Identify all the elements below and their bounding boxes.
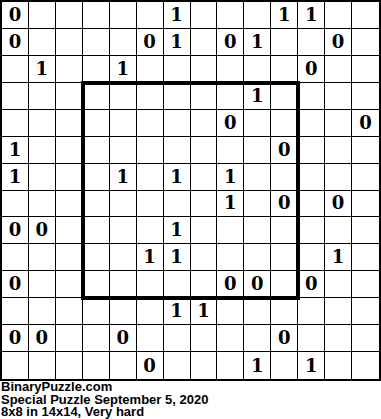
cell-r1c2[interactable]	[56, 29, 83, 56]
cell-r1c5: 0	[137, 29, 164, 56]
cell-r12c10: 0	[271, 325, 298, 352]
cell-r0c8[interactable]	[217, 2, 244, 29]
cell-r2c1: 1	[29, 56, 56, 83]
cell-r10c3[interactable]	[83, 271, 110, 298]
cell-r7c8: 1	[217, 191, 244, 218]
cell-r10c7[interactable]	[191, 271, 218, 298]
cell-r6c2[interactable]	[56, 164, 83, 191]
cell-r6c4: 1	[110, 164, 137, 191]
cell-r1c13[interactable]	[352, 29, 379, 56]
cell-r6c7[interactable]	[191, 164, 218, 191]
cell-r13c5: 0	[137, 352, 164, 379]
cell-r0c1[interactable]	[29, 2, 56, 29]
cell-r13c12[interactable]	[325, 352, 352, 379]
cell-r4c0[interactable]	[2, 110, 29, 137]
cell-r3c9: 1	[244, 83, 271, 110]
cell-r7c10: 0	[271, 191, 298, 218]
cell-r5c10: 0	[271, 137, 298, 164]
cell-r13c0[interactable]	[2, 352, 29, 379]
cell-r4c2[interactable]	[56, 110, 83, 137]
cell-r11c5[interactable]	[137, 298, 164, 325]
cell-r8c1: 0	[29, 217, 56, 244]
cell-r3c4[interactable]	[110, 83, 137, 110]
cell-r12c3[interactable]	[83, 325, 110, 352]
cell-r6c0: 1	[2, 164, 29, 191]
cell-r3c13[interactable]	[352, 83, 379, 110]
cell-r6c13[interactable]	[352, 164, 379, 191]
cell-r11c8[interactable]	[217, 298, 244, 325]
cell-r2c3[interactable]	[83, 56, 110, 83]
cell-r10c6[interactable]	[164, 271, 191, 298]
cell-r9c0[interactable]	[2, 244, 29, 271]
cell-r11c12[interactable]	[325, 298, 352, 325]
cell-r11c0[interactable]	[2, 298, 29, 325]
cell-r1c1[interactable]	[29, 29, 56, 56]
cell-r4c6[interactable]	[164, 110, 191, 137]
cell-r2c7[interactable]	[191, 56, 218, 83]
cell-r1c0: 0	[2, 29, 29, 56]
cell-r2c9[interactable]	[244, 56, 271, 83]
cell-r1c12: 0	[325, 29, 352, 56]
cell-r10c9: 0	[244, 271, 271, 298]
cell-r0c4[interactable]	[110, 2, 137, 29]
cell-r3c5[interactable]	[137, 83, 164, 110]
cell-r8c7[interactable]	[191, 217, 218, 244]
cell-r13c2[interactable]	[56, 352, 83, 379]
cell-r2c12[interactable]	[325, 56, 352, 83]
cell-r12c6[interactable]	[164, 325, 191, 352]
cell-r11c9[interactable]	[244, 298, 271, 325]
cell-r5c13[interactable]	[352, 137, 379, 164]
cell-r11c6: 1	[164, 298, 191, 325]
cell-r4c4[interactable]	[110, 110, 137, 137]
cell-r8c4[interactable]	[110, 217, 137, 244]
cell-r1c4[interactable]	[110, 29, 137, 56]
cell-r4c10[interactable]	[271, 110, 298, 137]
cell-r10c1[interactable]	[29, 271, 56, 298]
cell-r3c10[interactable]	[271, 83, 298, 110]
cell-r9c4[interactable]	[110, 244, 137, 271]
cell-r8c6: 1	[164, 217, 191, 244]
cell-r4c13: 0	[352, 110, 379, 137]
puzzle-grid: 0111001010110100101111100001111000011000…	[0, 0, 381, 381]
cell-r11c11[interactable]	[298, 298, 325, 325]
cell-r5c7[interactable]	[191, 137, 218, 164]
cell-r9c5: 1	[137, 244, 164, 271]
cell-r1c6: 1	[164, 29, 191, 56]
cell-r4c7[interactable]	[191, 110, 218, 137]
cell-r6c5[interactable]	[137, 164, 164, 191]
cell-r0c3[interactable]	[83, 2, 110, 29]
cell-r10c13[interactable]	[352, 271, 379, 298]
cell-r8c0: 0	[2, 217, 29, 244]
cell-r8c10[interactable]	[271, 217, 298, 244]
cell-r0c0: 0	[2, 2, 29, 29]
cell-r6c12[interactable]	[325, 164, 352, 191]
cell-r3c7[interactable]	[191, 83, 218, 110]
cell-r7c13[interactable]	[352, 191, 379, 218]
cell-r0c2[interactable]	[56, 2, 83, 29]
cell-r10c5[interactable]	[137, 271, 164, 298]
cell-r9c10[interactable]	[271, 244, 298, 271]
cell-r7c5[interactable]	[137, 191, 164, 218]
caption: BinaryPuzzle.com Special Puzzle Septembe…	[1, 381, 381, 419]
cell-r6c1[interactable]	[29, 164, 56, 191]
cell-r0c6: 1	[164, 2, 191, 29]
cell-r13c3[interactable]	[83, 352, 110, 379]
cell-r2c4: 1	[110, 56, 137, 83]
cell-r3c12[interactable]	[325, 83, 352, 110]
cell-r11c3[interactable]	[83, 298, 110, 325]
cell-r13c9: 1	[244, 352, 271, 379]
cell-r2c0[interactable]	[2, 56, 29, 83]
cell-r10c10[interactable]	[271, 271, 298, 298]
cell-r8c3[interactable]	[83, 217, 110, 244]
cell-r0c7[interactable]	[191, 2, 218, 29]
cell-r7c0[interactable]	[2, 191, 29, 218]
cell-r5c9[interactable]	[244, 137, 271, 164]
cell-r12c8[interactable]	[217, 325, 244, 352]
cell-r5c4[interactable]	[110, 137, 137, 164]
cell-r9c13[interactable]	[352, 244, 379, 271]
cell-r7c2[interactable]	[56, 191, 83, 218]
cell-r4c11[interactable]	[298, 110, 325, 137]
cell-r3c2[interactable]	[56, 83, 83, 110]
cell-r9c9[interactable]	[244, 244, 271, 271]
cell-r5c6[interactable]	[164, 137, 191, 164]
cell-r13c7[interactable]	[191, 352, 218, 379]
cell-r9c7[interactable]	[191, 244, 218, 271]
cell-r0c5[interactable]	[137, 2, 164, 29]
cell-r8c12[interactable]	[325, 217, 352, 244]
cell-r13c4[interactable]	[110, 352, 137, 379]
cell-r2c11: 0	[298, 56, 325, 83]
cell-r6c11[interactable]	[298, 164, 325, 191]
cell-r2c8[interactable]	[217, 56, 244, 83]
cell-r8c8[interactable]	[217, 217, 244, 244]
cell-r12c7[interactable]	[191, 325, 218, 352]
cell-r7c9[interactable]	[244, 191, 271, 218]
cell-r4c9[interactable]	[244, 110, 271, 137]
puzzle-page: 0111001010110100101111100001111000011000…	[0, 0, 381, 419]
cell-r11c2[interactable]	[56, 298, 83, 325]
cell-r13c11: 1	[298, 352, 325, 379]
cell-r0c11: 1	[298, 2, 325, 29]
cell-r7c7[interactable]	[191, 191, 218, 218]
cell-r9c2[interactable]	[56, 244, 83, 271]
cell-r12c13[interactable]	[352, 325, 379, 352]
cell-r12c5[interactable]	[137, 325, 164, 352]
cell-r13c1[interactable]	[29, 352, 56, 379]
cell-r2c2[interactable]	[56, 56, 83, 83]
cell-r2c5[interactable]	[137, 56, 164, 83]
cell-r4c8: 0	[217, 110, 244, 137]
cell-r1c11[interactable]	[298, 29, 325, 56]
cell-r11c13[interactable]	[352, 298, 379, 325]
cell-r6c10[interactable]	[271, 164, 298, 191]
cell-r13c10[interactable]	[271, 352, 298, 379]
cell-r11c4[interactable]	[110, 298, 137, 325]
cell-r9c11[interactable]	[298, 244, 325, 271]
cell-r4c5[interactable]	[137, 110, 164, 137]
cell-r9c6: 1	[164, 244, 191, 271]
cell-r10c4[interactable]	[110, 271, 137, 298]
cell-r10c0: 0	[2, 271, 29, 298]
cell-r7c12: 0	[325, 191, 352, 218]
cell-r12c2[interactable]	[56, 325, 83, 352]
cell-r11c10[interactable]	[271, 298, 298, 325]
cell-r5c3[interactable]	[83, 137, 110, 164]
cell-r2c6[interactable]	[164, 56, 191, 83]
cell-r9c12: 1	[325, 244, 352, 271]
cell-r4c12[interactable]	[325, 110, 352, 137]
cell-r1c9: 1	[244, 29, 271, 56]
puzzle-details: 8x8 in 14x14, Very hard	[1, 406, 381, 419]
cell-r0c10: 1	[271, 2, 298, 29]
cell-r3c8[interactable]	[217, 83, 244, 110]
cell-r10c12[interactable]	[325, 271, 352, 298]
cell-r5c2[interactable]	[56, 137, 83, 164]
cell-r6c3[interactable]	[83, 164, 110, 191]
cell-r0c12[interactable]	[325, 2, 352, 29]
cell-r7c1[interactable]	[29, 191, 56, 218]
cell-r13c13[interactable]	[352, 352, 379, 379]
cell-r3c3[interactable]	[83, 83, 110, 110]
cell-r9c3[interactable]	[83, 244, 110, 271]
cell-r1c3[interactable]	[83, 29, 110, 56]
cell-r8c13[interactable]	[352, 217, 379, 244]
cell-r13c6[interactable]	[164, 352, 191, 379]
cell-r6c6: 1	[164, 164, 191, 191]
cell-r4c3[interactable]	[83, 110, 110, 137]
cell-r3c11[interactable]	[298, 83, 325, 110]
cell-r9c1[interactable]	[29, 244, 56, 271]
cell-r12c0: 0	[2, 325, 29, 352]
cell-r5c1[interactable]	[29, 137, 56, 164]
cell-r11c1[interactable]	[29, 298, 56, 325]
cell-r6c8: 1	[217, 164, 244, 191]
cell-r10c8: 0	[217, 271, 244, 298]
cell-r7c11[interactable]	[298, 191, 325, 218]
cell-r12c12[interactable]	[325, 325, 352, 352]
cell-r3c1[interactable]	[29, 83, 56, 110]
cell-r12c1: 0	[29, 325, 56, 352]
cell-r5c12[interactable]	[325, 137, 352, 164]
cell-r12c9[interactable]	[244, 325, 271, 352]
cell-r6c9[interactable]	[244, 164, 271, 191]
cell-r5c11[interactable]	[298, 137, 325, 164]
cell-r5c0: 1	[2, 137, 29, 164]
cell-r11c7: 1	[191, 298, 218, 325]
cell-r7c6[interactable]	[164, 191, 191, 218]
cell-r12c4: 0	[110, 325, 137, 352]
cell-r1c10[interactable]	[271, 29, 298, 56]
cell-r7c4[interactable]	[110, 191, 137, 218]
cell-r0c9[interactable]	[244, 2, 271, 29]
cell-r2c13[interactable]	[352, 56, 379, 83]
cell-r1c8: 0	[217, 29, 244, 56]
cell-r1c7[interactable]	[191, 29, 218, 56]
cell-r5c8[interactable]	[217, 137, 244, 164]
cell-r4c1[interactable]	[29, 110, 56, 137]
cell-r3c0[interactable]	[2, 83, 29, 110]
cell-r3c6[interactable]	[164, 83, 191, 110]
cell-r8c5[interactable]	[137, 217, 164, 244]
cell-r8c2[interactable]	[56, 217, 83, 244]
cell-r10c11: 0	[298, 271, 325, 298]
cell-r10c2[interactable]	[56, 271, 83, 298]
cell-r5c5[interactable]	[137, 137, 164, 164]
cell-r9c8[interactable]	[217, 244, 244, 271]
cell-r8c9[interactable]	[244, 217, 271, 244]
cell-r8c11[interactable]	[298, 217, 325, 244]
cell-r2c10[interactable]	[271, 56, 298, 83]
cell-r7c3[interactable]	[83, 191, 110, 218]
cell-r0c13[interactable]	[352, 2, 379, 29]
cell-r12c11[interactable]	[298, 325, 325, 352]
cell-r13c8[interactable]	[217, 352, 244, 379]
